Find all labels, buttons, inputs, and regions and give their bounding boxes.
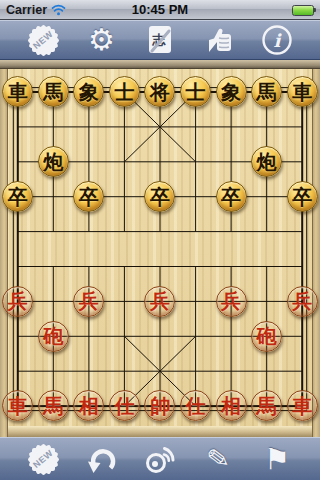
clock-label: 10:45 PM	[0, 0, 320, 20]
piece-red-horse[interactable]: 馬	[251, 390, 282, 421]
app-screen: Carrier 10:45 PM NEW ⚙ 志	[0, 0, 320, 480]
game-record-button[interactable]: 志	[141, 21, 179, 59]
piece-black-chariot[interactable]: 車	[2, 76, 33, 107]
piece-black-soldier[interactable]: 卒	[2, 181, 33, 212]
piece-black-advisor[interactable]: 士	[109, 76, 140, 107]
new-badge-label: NEW	[19, 16, 67, 64]
piece-black-horse[interactable]: 馬	[251, 76, 282, 107]
flag-button[interactable]: ⚑	[258, 440, 296, 478]
piece-black-chariot[interactable]: 車	[287, 76, 318, 107]
piece-red-soldier[interactable]: 兵	[287, 286, 318, 317]
piece-black-cannon[interactable]: 炮	[251, 146, 282, 177]
bottom-toolbar: NEW ✎ ⚑	[0, 437, 320, 480]
piece-black-soldier[interactable]: 卒	[287, 181, 318, 212]
info-button[interactable]: i	[258, 21, 296, 59]
piece-red-advisor[interactable]: 仕	[180, 390, 211, 421]
game-record-icon: 志	[144, 23, 176, 57]
piece-layer: 車馬象士将士象馬車炮炮卒卒卒卒卒兵兵兵兵兵砲砲車馬相仕帥仕相馬車	[0, 75, 320, 424]
flag-icon: ⚑	[264, 442, 290, 476]
piece-black-soldier[interactable]: 卒	[73, 181, 104, 212]
piece-red-general[interactable]: 帥	[144, 390, 175, 421]
new-badge-icon: NEW	[26, 442, 60, 476]
piece-black-soldier[interactable]: 卒	[216, 181, 247, 212]
piece-black-cannon[interactable]: 炮	[38, 146, 69, 177]
battery-icon	[292, 5, 314, 16]
new-game-button-bottom[interactable]: NEW	[24, 440, 62, 478]
piece-red-elephant[interactable]: 相	[73, 390, 104, 421]
piece-red-advisor[interactable]: 仕	[109, 390, 140, 421]
info-icon: i	[261, 24, 293, 56]
new-badge-icon: NEW	[26, 23, 60, 57]
thumbs-up-icon	[202, 24, 236, 56]
piece-red-cannon[interactable]: 砲	[38, 321, 69, 352]
piece-black-elephant[interactable]: 象	[73, 76, 104, 107]
status-bar: Carrier 10:45 PM	[0, 0, 320, 20]
piece-red-soldier[interactable]: 兵	[73, 286, 104, 317]
top-toolbar: NEW ⚙ 志 i	[0, 20, 320, 60]
new-badge-label: NEW	[19, 435, 67, 480]
piece-black-horse[interactable]: 馬	[38, 76, 69, 107]
weibo-icon	[143, 443, 177, 475]
undo-arrow-icon	[85, 442, 119, 476]
piece-black-advisor[interactable]: 士	[180, 76, 211, 107]
piece-red-horse[interactable]: 馬	[38, 390, 69, 421]
piece-red-cannon[interactable]: 砲	[251, 321, 282, 352]
new-game-button[interactable]: NEW	[24, 21, 62, 59]
piece-red-elephant[interactable]: 相	[216, 390, 247, 421]
xiangqi-board[interactable]: 車馬象士将士象馬車炮炮卒卒卒卒卒兵兵兵兵兵砲砲車馬相仕帥仕相馬車	[0, 60, 320, 437]
pencil-icon: ✎	[205, 441, 232, 478]
piece-red-soldier[interactable]: 兵	[216, 286, 247, 317]
undo-button[interactable]	[83, 440, 121, 478]
piece-red-soldier[interactable]: 兵	[2, 286, 33, 317]
piece-red-chariot[interactable]: 車	[2, 390, 33, 421]
piece-black-elephant[interactable]: 象	[216, 76, 247, 107]
weibo-share-button[interactable]	[141, 440, 179, 478]
piece-black-soldier[interactable]: 卒	[144, 181, 175, 212]
gear-icon: ⚙	[88, 23, 115, 57]
svg-text:i: i	[274, 30, 283, 51]
edit-button[interactable]: ✎	[200, 440, 238, 478]
piece-black-general[interactable]: 将	[144, 76, 175, 107]
piece-red-chariot[interactable]: 車	[287, 390, 318, 421]
piece-red-soldier[interactable]: 兵	[144, 286, 175, 317]
rate-button[interactable]	[200, 21, 238, 59]
settings-button[interactable]: ⚙	[83, 21, 121, 59]
